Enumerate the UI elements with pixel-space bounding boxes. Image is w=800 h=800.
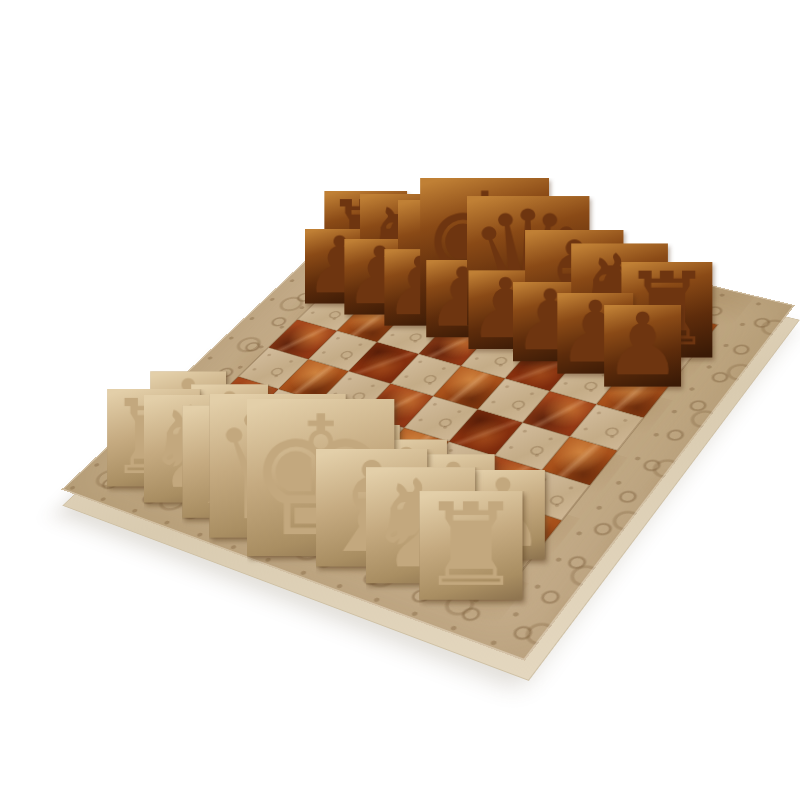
marble-board-slab: ♜♞♝♚♛♝♞♜♟♟♟♟♟♟♟♟♟♟♟♟♟♟♟♟♜♞♝♛♚♝♞♜ xyxy=(61,203,795,661)
square-h1: ♜ xyxy=(452,541,532,596)
perspective-scene: ♜♞♝♚♛♝♞♜♟♟♟♟♟♟♟♟♟♟♟♟♟♟♟♟♜♞♝♛♚♝♞♜ xyxy=(0,0,800,800)
photo-tilt-wrapper: ♜♞♝♚♛♝♞♜♟♟♟♟♟♟♟♟♟♟♟♟♟♟♟♟♜♞♝♛♚♝♞♜ xyxy=(0,0,800,800)
piece-white-rook: ♜ xyxy=(419,491,522,600)
product-photo-stage: ♜♞♝♚♛♝♞♜♟♟♟♟♟♟♟♟♟♟♟♟♟♟♟♟♜♞♝♛♚♝♞♜ xyxy=(0,0,800,800)
piece-black-pawn: ♟ xyxy=(604,305,681,387)
